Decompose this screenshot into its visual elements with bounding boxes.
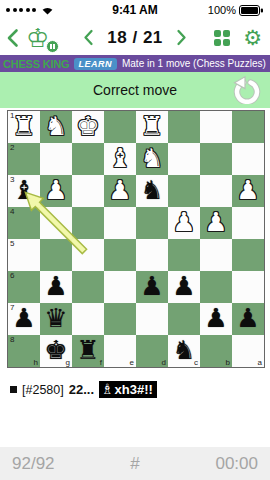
- bottom-toolbar: # 92/92 00:00: [0, 447, 270, 480]
- rank-label: 6: [10, 271, 14, 280]
- square-b7[interactable]: ♟: [200, 303, 232, 335]
- rank-label: 2: [10, 143, 14, 152]
- feedback-bar: Correct move: [0, 72, 270, 108]
- square-f3[interactable]: [72, 175, 104, 207]
- square-g1[interactable]: ♞: [40, 111, 72, 143]
- square-h2[interactable]: 2: [8, 143, 40, 175]
- bishop-glyph-icon: ♗: [101, 381, 114, 397]
- white-pawn-piece: ♟: [104, 175, 136, 207]
- square-a6[interactable]: [232, 271, 264, 303]
- square-e6[interactable]: [104, 271, 136, 303]
- square-c7[interactable]: [168, 303, 200, 335]
- square-d4[interactable]: [136, 207, 168, 239]
- square-f5[interactable]: [72, 239, 104, 271]
- square-a4[interactable]: [232, 207, 264, 239]
- move-caption: [#2580] 22... ♗ xh3#!!: [10, 381, 270, 398]
- square-d1[interactable]: ♜: [136, 111, 168, 143]
- square-h1[interactable]: 1♜: [8, 111, 40, 143]
- square-d6[interactable]: ♟: [136, 271, 168, 303]
- square-b5[interactable]: [200, 239, 232, 271]
- square-a2[interactable]: [232, 143, 264, 175]
- timer[interactable]: 00:00: [215, 454, 258, 474]
- rank-label: 5: [10, 239, 14, 248]
- square-b2[interactable]: [200, 143, 232, 175]
- black-pawn-piece: ♟: [136, 271, 168, 303]
- solution-move-text: xh3#!!: [115, 382, 153, 397]
- puzzle-id: [#2580]: [22, 383, 64, 397]
- course-title: Mate in 1 move (Chess Puzzles): [122, 58, 266, 69]
- prev-puzzle-chevron-icon[interactable]: [83, 29, 94, 46]
- square-a8[interactable]: a: [232, 335, 264, 367]
- puzzle-list-grid-icon[interactable]: [214, 30, 230, 46]
- puzzle-counter: 18 / 21: [107, 28, 163, 48]
- course-banner: CHESS KING LEARN Mate in 1 move (Chess P…: [0, 55, 270, 72]
- black-knight-piece: ♞: [136, 175, 168, 207]
- black-king-piece: ♚: [40, 335, 72, 367]
- square-d2[interactable]: ♞: [136, 143, 168, 175]
- square-f6[interactable]: [72, 271, 104, 303]
- square-d7[interactable]: [136, 303, 168, 335]
- square-h6[interactable]: 6: [8, 271, 40, 303]
- undo-move-icon[interactable]: [229, 76, 263, 104]
- square-d5[interactable]: [136, 239, 168, 271]
- square-b1[interactable]: [200, 111, 232, 143]
- square-b3[interactable]: [200, 175, 232, 207]
- square-e4[interactable]: [104, 207, 136, 239]
- square-a1[interactable]: [232, 111, 264, 143]
- rank-label: 8: [10, 335, 14, 344]
- white-king-piece: ♚: [72, 111, 104, 143]
- file-label: d: [162, 358, 166, 367]
- battery-icon: [239, 5, 264, 16]
- black-pawn-piece: ♟: [8, 303, 40, 335]
- settings-gear-icon[interactable]: ⚙: [243, 27, 262, 49]
- app-screen: 9:41 AM 100% ♔ 18 / 21 ⚙: [0, 0, 270, 480]
- chess-board: 1♜♞♚♜2♝♞3♝♟♟♞♟4♟♟56♟♟♟7♟♛♟♟8hg♚f♜edc♞ba: [8, 111, 264, 367]
- square-c5[interactable]: [168, 239, 200, 271]
- white-rook-piece: ♜: [136, 111, 168, 143]
- square-g4[interactable]: [40, 207, 72, 239]
- file-label: b: [226, 358, 230, 367]
- square-c1[interactable]: [168, 111, 200, 143]
- white-knight-piece: ♞: [136, 143, 168, 175]
- rank-label: 4: [10, 207, 14, 216]
- square-f7[interactable]: [72, 303, 104, 335]
- square-g3[interactable]: ♟: [40, 175, 72, 207]
- white-pawn-piece: ♟: [232, 175, 264, 207]
- square-f4[interactable]: [72, 207, 104, 239]
- square-b6[interactable]: [200, 271, 232, 303]
- white-bishop-piece: ♝: [104, 143, 136, 175]
- progress-counter[interactable]: 92/92: [12, 454, 55, 474]
- status-bar: 9:41 AM 100%: [0, 0, 270, 20]
- black-knight-piece: ♞: [168, 335, 200, 367]
- white-pawn-piece: ♟: [200, 207, 232, 239]
- solution-move-chip: ♗ xh3#!!: [99, 381, 157, 398]
- square-e8[interactable]: e: [104, 335, 136, 367]
- chess-king-logo-icon[interactable]: ♔: [26, 23, 56, 53]
- move-number: 22...: [69, 382, 94, 397]
- black-pawn-piece: ♟: [168, 271, 200, 303]
- square-e1[interactable]: [104, 111, 136, 143]
- black-bishop-piece: ♝: [8, 175, 40, 207]
- square-b8[interactable]: b: [200, 335, 232, 367]
- black-pawn-piece: ♟: [40, 271, 72, 303]
- square-h8[interactable]: 8h: [8, 335, 40, 367]
- square-a5[interactable]: [232, 239, 264, 271]
- square-a7[interactable]: ♟: [232, 303, 264, 335]
- black-pawn-piece: ♟: [232, 303, 264, 335]
- square-e3[interactable]: ♟: [104, 175, 136, 207]
- square-d3[interactable]: ♞: [136, 175, 168, 207]
- black-pawn-piece: ♟: [200, 303, 232, 335]
- battery-percent: 100%: [208, 4, 236, 16]
- square-a3[interactable]: ♟: [232, 175, 264, 207]
- square-g5[interactable]: [40, 239, 72, 271]
- square-h5[interactable]: 5: [8, 239, 40, 271]
- white-pawn-piece: ♟: [40, 175, 72, 207]
- square-c8[interactable]: c♞: [168, 335, 200, 367]
- white-pawn-piece: ♟: [168, 207, 200, 239]
- square-g8[interactable]: g♚: [40, 335, 72, 367]
- square-e2[interactable]: ♝: [104, 143, 136, 175]
- square-h7[interactable]: 7♟: [8, 303, 40, 335]
- square-f2[interactable]: [72, 143, 104, 175]
- square-c6[interactable]: ♟: [168, 271, 200, 303]
- white-rook-piece: ♜: [8, 111, 40, 143]
- white-knight-piece: ♞: [40, 111, 72, 143]
- square-e5[interactable]: [104, 239, 136, 271]
- pause-badge-icon: [46, 40, 59, 53]
- square-h4[interactable]: 4: [8, 207, 40, 239]
- square-e7[interactable]: [104, 303, 136, 335]
- square-h3[interactable]: 3♝: [8, 175, 40, 207]
- learn-badge: LEARN: [74, 58, 117, 70]
- file-label: e: [130, 358, 134, 367]
- nav-bar: ♔ 18 / 21 ⚙: [0, 20, 270, 55]
- square-c4[interactable]: ♟: [168, 207, 200, 239]
- black-to-move-marker-icon: [10, 386, 17, 393]
- square-d8[interactable]: d: [136, 335, 168, 367]
- square-f8[interactable]: f♜: [72, 335, 104, 367]
- square-c3[interactable]: [168, 175, 200, 207]
- back-chevron-icon[interactable]: [6, 28, 19, 48]
- feedback-text: Correct move: [93, 82, 177, 98]
- next-puzzle-chevron-icon[interactable]: [176, 29, 187, 46]
- square-f1[interactable]: ♚: [72, 111, 104, 143]
- square-g2[interactable]: [40, 143, 72, 175]
- square-c2[interactable]: [168, 143, 200, 175]
- file-label: h: [34, 358, 38, 367]
- chess-board-container: 1♜♞♚♜2♝♞3♝♟♟♞♟4♟♟56♟♟♟7♟♛♟♟8hg♚f♜edc♞ba: [7, 110, 265, 368]
- file-label: a: [258, 358, 262, 367]
- brand-label: CHESS KING: [3, 58, 69, 70]
- black-rook-piece: ♜: [72, 335, 104, 367]
- square-b4[interactable]: ♟: [200, 207, 232, 239]
- black-queen-piece: ♛: [40, 303, 72, 335]
- square-g7[interactable]: ♛: [40, 303, 72, 335]
- square-g6[interactable]: ♟: [40, 271, 72, 303]
